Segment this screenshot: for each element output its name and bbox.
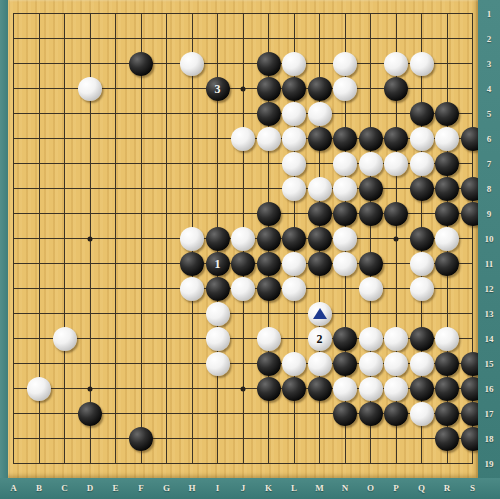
coordinate-strip-columns: ABCDEFGHIJKLMNOPQRS (0, 478, 500, 499)
move-number-label: 2 (317, 333, 323, 345)
black-stone[interactable] (257, 202, 281, 226)
row-label: 7 (487, 159, 492, 169)
black-stone[interactable] (257, 52, 281, 76)
row-label: 16 (485, 384, 494, 394)
black-stone[interactable] (435, 252, 459, 276)
white-stone[interactable] (359, 377, 383, 401)
black-stone[interactable] (435, 152, 459, 176)
row-label: 19 (485, 459, 494, 469)
row-label: 13 (485, 309, 494, 319)
black-stone[interactable] (257, 377, 281, 401)
white-stone[interactable] (231, 227, 255, 251)
row-label: 10 (485, 234, 494, 244)
triangle-marker-icon (313, 308, 327, 319)
black-stone[interactable] (333, 127, 357, 151)
column-label: F (138, 483, 144, 493)
white-stone[interactable] (282, 52, 306, 76)
white-stone[interactable] (435, 127, 459, 151)
row-label: 4 (487, 84, 492, 94)
black-stone[interactable] (206, 227, 230, 251)
black-stone[interactable] (435, 402, 459, 426)
column-label: J (241, 483, 246, 493)
black-stone[interactable]: 1 (206, 252, 230, 276)
white-stone[interactable] (384, 327, 408, 351)
black-stone[interactable] (359, 202, 383, 226)
grid-line (13, 313, 473, 314)
black-stone[interactable] (435, 427, 459, 451)
black-stone[interactable] (359, 252, 383, 276)
black-stone[interactable] (333, 327, 357, 351)
white-stone[interactable] (308, 177, 332, 201)
white-stone[interactable] (206, 302, 230, 326)
column-label: C (61, 483, 68, 493)
white-stone[interactable] (282, 252, 306, 276)
black-stone[interactable] (333, 402, 357, 426)
white-stone[interactable] (206, 327, 230, 351)
black-stone[interactable] (257, 277, 281, 301)
black-stone[interactable] (308, 202, 332, 226)
row-label: 3 (487, 59, 492, 69)
white-stone[interactable] (27, 377, 51, 401)
move-number-label: 1 (215, 258, 221, 270)
white-stone[interactable] (231, 277, 255, 301)
column-label: K (265, 483, 272, 493)
column-label: E (112, 483, 118, 493)
row-label: 5 (487, 109, 492, 119)
row-label: 15 (485, 359, 494, 369)
go-game-screenshot: { "game": "go", "title": "Go board posit… (0, 0, 500, 499)
white-stone[interactable] (410, 277, 434, 301)
white-stone[interactable] (410, 352, 434, 376)
row-label: 6 (487, 134, 492, 144)
white-stone[interactable] (180, 227, 204, 251)
grid-line (13, 438, 473, 439)
white-stone[interactable] (257, 127, 281, 151)
black-stone[interactable] (384, 402, 408, 426)
border-strip-left (0, 0, 8, 478)
black-stone[interactable] (435, 377, 459, 401)
black-stone[interactable] (308, 77, 332, 101)
white-stone[interactable] (333, 377, 357, 401)
black-stone[interactable] (206, 277, 230, 301)
black-stone[interactable] (384, 127, 408, 151)
white-stone[interactable] (180, 277, 204, 301)
column-label: S (470, 483, 475, 493)
star-point (241, 386, 246, 391)
black-stone[interactable] (257, 252, 281, 276)
white-stone[interactable] (410, 402, 434, 426)
black-stone[interactable] (410, 377, 434, 401)
grid-line (13, 463, 473, 464)
row-label: 11 (485, 259, 494, 269)
black-stone[interactable] (435, 177, 459, 201)
white-stone[interactable] (410, 127, 434, 151)
black-stone[interactable] (410, 177, 434, 201)
white-stone[interactable] (282, 277, 306, 301)
row-label: 17 (485, 409, 494, 419)
white-stone[interactable] (410, 52, 434, 76)
white-stone[interactable] (78, 77, 102, 101)
black-stone[interactable] (282, 377, 306, 401)
column-label: O (367, 483, 374, 493)
star-point (88, 386, 93, 391)
black-stone[interactable] (308, 252, 332, 276)
black-stone[interactable] (257, 77, 281, 101)
move-number-label: 3 (215, 83, 221, 95)
column-label: D (87, 483, 94, 493)
row-label: 8 (487, 184, 492, 194)
column-label: G (163, 483, 170, 493)
column-label: R (444, 483, 451, 493)
white-stone[interactable] (333, 52, 357, 76)
black-stone[interactable] (308, 377, 332, 401)
white-stone[interactable] (435, 227, 459, 251)
column-label: P (393, 483, 399, 493)
white-stone[interactable] (308, 102, 332, 126)
white-stone[interactable] (308, 302, 332, 326)
white-stone[interactable] (333, 227, 357, 251)
white-stone[interactable] (435, 327, 459, 351)
star-point (88, 236, 93, 241)
board-wood: 312 (8, 0, 478, 478)
star-point (241, 86, 246, 91)
white-stone[interactable] (359, 352, 383, 376)
white-stone[interactable] (231, 127, 255, 151)
black-stone[interactable] (78, 402, 102, 426)
black-stone[interactable] (359, 127, 383, 151)
column-label: L (291, 483, 297, 493)
row-label: 1 (487, 9, 492, 19)
black-stone[interactable] (435, 202, 459, 226)
white-stone[interactable]: 2 (308, 327, 332, 351)
black-stone[interactable] (308, 127, 332, 151)
black-stone[interactable] (410, 102, 434, 126)
black-stone[interactable] (282, 227, 306, 251)
black-stone[interactable] (410, 327, 434, 351)
column-label: Q (418, 483, 425, 493)
white-stone[interactable] (333, 152, 357, 176)
row-label: 18 (485, 434, 494, 444)
black-stone[interactable] (231, 252, 255, 276)
white-stone[interactable] (282, 127, 306, 151)
black-stone[interactable] (359, 177, 383, 201)
white-stone[interactable] (384, 352, 408, 376)
white-stone[interactable] (180, 52, 204, 76)
white-stone[interactable] (333, 252, 357, 276)
black-stone[interactable] (308, 227, 332, 251)
column-label: H (188, 483, 195, 493)
star-point (394, 236, 399, 241)
white-stone[interactable] (384, 377, 408, 401)
black-stone[interactable] (257, 227, 281, 251)
black-stone[interactable] (435, 352, 459, 376)
black-stone[interactable] (384, 202, 408, 226)
white-stone[interactable] (410, 152, 434, 176)
row-label: 2 (487, 34, 492, 44)
row-label: 12 (485, 284, 494, 294)
white-stone[interactable] (206, 352, 230, 376)
white-stone[interactable] (282, 102, 306, 126)
white-stone[interactable] (384, 152, 408, 176)
white-stone[interactable] (53, 327, 77, 351)
column-label: N (342, 483, 349, 493)
white-stone[interactable] (384, 52, 408, 76)
white-stone[interactable] (333, 177, 357, 201)
white-stone[interactable] (359, 277, 383, 301)
white-stone[interactable] (308, 352, 332, 376)
row-label: 9 (487, 209, 492, 219)
black-stone[interactable] (129, 427, 153, 451)
white-stone[interactable] (410, 252, 434, 276)
row-label: 14 (485, 334, 494, 344)
column-label: A (10, 483, 17, 493)
white-stone[interactable] (282, 177, 306, 201)
black-stone[interactable] (333, 352, 357, 376)
white-stone[interactable] (333, 77, 357, 101)
black-stone[interactable] (257, 102, 281, 126)
black-stone[interactable] (257, 352, 281, 376)
black-stone[interactable] (180, 252, 204, 276)
white-stone[interactable] (359, 327, 383, 351)
white-stone[interactable] (257, 327, 281, 351)
column-label: I (216, 483, 220, 493)
black-stone[interactable] (435, 102, 459, 126)
black-stone[interactable] (384, 77, 408, 101)
white-stone[interactable] (359, 152, 383, 176)
black-stone[interactable]: 3 (206, 77, 230, 101)
black-stone[interactable] (410, 227, 434, 251)
coordinate-strip-rows: 12345678910111213141516171819 (478, 0, 500, 499)
black-stone[interactable] (359, 402, 383, 426)
black-stone[interactable] (333, 202, 357, 226)
black-stone[interactable] (282, 77, 306, 101)
column-label: M (315, 483, 324, 493)
column-label: B (36, 483, 42, 493)
white-stone[interactable] (282, 152, 306, 176)
black-stone[interactable] (129, 52, 153, 76)
white-stone[interactable] (282, 352, 306, 376)
